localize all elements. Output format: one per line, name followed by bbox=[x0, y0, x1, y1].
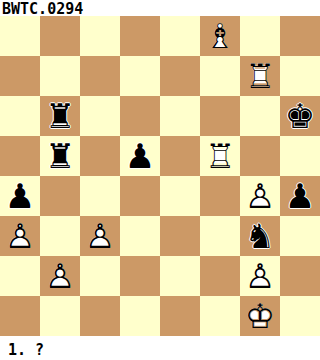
square-d8[interactable] bbox=[120, 16, 160, 56]
square-b1[interactable] bbox=[40, 296, 80, 336]
square-a1[interactable] bbox=[0, 296, 40, 336]
square-d6[interactable] bbox=[120, 96, 160, 136]
black-king-piece[interactable]: ♚ bbox=[280, 96, 320, 136]
square-b5[interactable]: ♜ bbox=[40, 136, 80, 176]
chess-puzzle-diagram: BWTC.0294 ♝♗♜♖♜♚♜♟♜♖♟♟♙♟♟♙♟♙♞♟♙♟♙♚♔ 1. ? bbox=[0, 0, 320, 360]
white-rook-piece[interactable]: ♜♖ bbox=[240, 56, 280, 96]
square-h2[interactable] bbox=[280, 256, 320, 296]
square-c6[interactable] bbox=[80, 96, 120, 136]
square-e1[interactable] bbox=[160, 296, 200, 336]
square-h6[interactable]: ♚ bbox=[280, 96, 320, 136]
black-rook-glyph: ♜ bbox=[40, 96, 80, 136]
white-pawn-outline-glyph: ♙ bbox=[0, 216, 40, 256]
square-c1[interactable] bbox=[80, 296, 120, 336]
square-e4[interactable] bbox=[160, 176, 200, 216]
square-h8[interactable] bbox=[280, 16, 320, 56]
square-g6[interactable] bbox=[240, 96, 280, 136]
square-e3[interactable] bbox=[160, 216, 200, 256]
white-pawn-piece[interactable]: ♟♙ bbox=[40, 256, 80, 296]
square-c8[interactable] bbox=[80, 16, 120, 56]
move-prompt: 1. ? bbox=[0, 336, 320, 360]
square-c3[interactable]: ♟♙ bbox=[80, 216, 120, 256]
white-rook-outline-glyph: ♖ bbox=[240, 56, 280, 96]
black-rook-glyph: ♜ bbox=[40, 136, 80, 176]
square-e2[interactable] bbox=[160, 256, 200, 296]
square-b8[interactable] bbox=[40, 16, 80, 56]
black-pawn-piece[interactable]: ♟ bbox=[280, 176, 320, 216]
square-f1[interactable] bbox=[200, 296, 240, 336]
square-f8[interactable]: ♝♗ bbox=[200, 16, 240, 56]
square-g2[interactable]: ♟♙ bbox=[240, 256, 280, 296]
black-pawn-glyph: ♟ bbox=[120, 136, 160, 176]
square-d5[interactable]: ♟ bbox=[120, 136, 160, 176]
square-c5[interactable] bbox=[80, 136, 120, 176]
square-g1[interactable]: ♚♔ bbox=[240, 296, 280, 336]
white-pawn-outline-glyph: ♙ bbox=[240, 176, 280, 216]
black-rook-piece[interactable]: ♜ bbox=[40, 136, 80, 176]
white-pawn-outline-glyph: ♙ bbox=[240, 256, 280, 296]
square-g8[interactable] bbox=[240, 16, 280, 56]
square-e8[interactable] bbox=[160, 16, 200, 56]
square-g4[interactable]: ♟♙ bbox=[240, 176, 280, 216]
white-pawn-piece[interactable]: ♟♙ bbox=[240, 256, 280, 296]
square-g3[interactable]: ♞ bbox=[240, 216, 280, 256]
white-rook-outline-glyph: ♖ bbox=[200, 136, 240, 176]
square-d3[interactable] bbox=[120, 216, 160, 256]
puzzle-id: BWTC.0294 bbox=[0, 0, 320, 16]
square-f2[interactable] bbox=[200, 256, 240, 296]
black-rook-piece[interactable]: ♜ bbox=[40, 96, 80, 136]
white-pawn-piece[interactable]: ♟♙ bbox=[0, 216, 40, 256]
chess-board: ♝♗♜♖♜♚♜♟♜♖♟♟♙♟♟♙♟♙♞♟♙♟♙♚♔ bbox=[0, 16, 320, 336]
square-d2[interactable] bbox=[120, 256, 160, 296]
square-f4[interactable] bbox=[200, 176, 240, 216]
square-d7[interactable] bbox=[120, 56, 160, 96]
square-g5[interactable] bbox=[240, 136, 280, 176]
square-a7[interactable] bbox=[0, 56, 40, 96]
black-pawn-glyph: ♟ bbox=[280, 176, 320, 216]
white-pawn-piece[interactable]: ♟♙ bbox=[240, 176, 280, 216]
square-f6[interactable] bbox=[200, 96, 240, 136]
square-a4[interactable]: ♟ bbox=[0, 176, 40, 216]
square-e7[interactable] bbox=[160, 56, 200, 96]
square-a8[interactable] bbox=[0, 16, 40, 56]
white-pawn-outline-glyph: ♙ bbox=[40, 256, 80, 296]
square-e5[interactable] bbox=[160, 136, 200, 176]
square-h3[interactable] bbox=[280, 216, 320, 256]
square-h4[interactable]: ♟ bbox=[280, 176, 320, 216]
white-bishop-outline-glyph: ♗ bbox=[200, 16, 240, 56]
square-g7[interactable]: ♜♖ bbox=[240, 56, 280, 96]
square-d1[interactable] bbox=[120, 296, 160, 336]
square-a3[interactable]: ♟♙ bbox=[0, 216, 40, 256]
white-bishop-piece[interactable]: ♝♗ bbox=[200, 16, 240, 56]
white-pawn-piece[interactable]: ♟♙ bbox=[80, 216, 120, 256]
square-a5[interactable] bbox=[0, 136, 40, 176]
square-h5[interactable] bbox=[280, 136, 320, 176]
square-b4[interactable] bbox=[40, 176, 80, 216]
square-f7[interactable] bbox=[200, 56, 240, 96]
square-e6[interactable] bbox=[160, 96, 200, 136]
square-b7[interactable] bbox=[40, 56, 80, 96]
black-knight-piece[interactable]: ♞ bbox=[240, 216, 280, 256]
square-b6[interactable]: ♜ bbox=[40, 96, 80, 136]
white-king-piece[interactable]: ♚♔ bbox=[240, 296, 280, 336]
square-d4[interactable] bbox=[120, 176, 160, 216]
square-f5[interactable]: ♜♖ bbox=[200, 136, 240, 176]
square-h1[interactable] bbox=[280, 296, 320, 336]
square-c2[interactable] bbox=[80, 256, 120, 296]
square-c7[interactable] bbox=[80, 56, 120, 96]
square-c4[interactable] bbox=[80, 176, 120, 216]
black-pawn-glyph: ♟ bbox=[0, 176, 40, 216]
square-b2[interactable]: ♟♙ bbox=[40, 256, 80, 296]
square-b3[interactable] bbox=[40, 216, 80, 256]
black-king-glyph: ♚ bbox=[280, 96, 320, 136]
white-rook-piece[interactable]: ♜♖ bbox=[200, 136, 240, 176]
square-a2[interactable] bbox=[0, 256, 40, 296]
square-h7[interactable] bbox=[280, 56, 320, 96]
black-pawn-piece[interactable]: ♟ bbox=[120, 136, 160, 176]
black-pawn-piece[interactable]: ♟ bbox=[0, 176, 40, 216]
white-pawn-outline-glyph: ♙ bbox=[80, 216, 120, 256]
white-king-outline-glyph: ♔ bbox=[240, 296, 280, 336]
black-knight-glyph: ♞ bbox=[240, 216, 280, 256]
square-a6[interactable] bbox=[0, 96, 40, 136]
square-f3[interactable] bbox=[200, 216, 240, 256]
